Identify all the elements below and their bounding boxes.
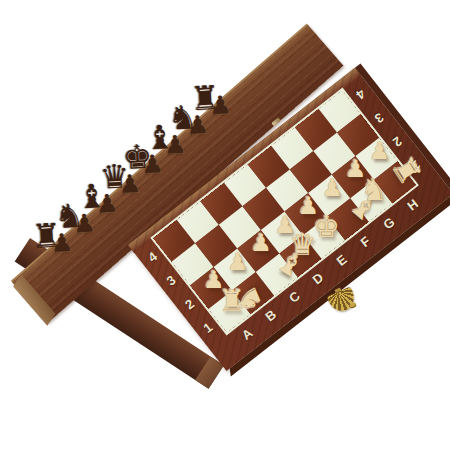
white-pawn-h2[interactable]: ♟ bbox=[365, 136, 393, 166]
clasp-hook bbox=[349, 302, 357, 309]
product-photo-canvas: { "game": "chess", "scene": { "descripti… bbox=[0, 0, 450, 450]
clasp-fan-icon bbox=[327, 286, 359, 315]
black-pawn-lid-front-row-8[interactable]: ♟ bbox=[206, 90, 236, 121]
